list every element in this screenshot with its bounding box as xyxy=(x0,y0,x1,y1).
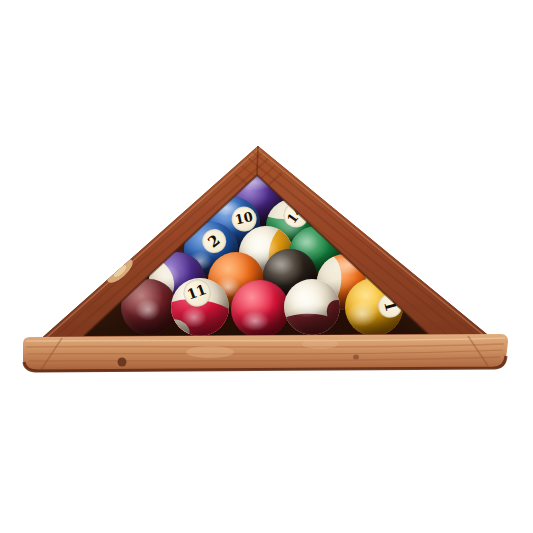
ball-15-maroon-stripe xyxy=(284,279,340,335)
ball-specular-highlight xyxy=(289,287,325,318)
ball-specular-highlight xyxy=(212,200,242,216)
ball-specular-highlight xyxy=(332,255,363,275)
ball-1-yellow-solid: 1 xyxy=(345,278,403,336)
ball-specular-highlight xyxy=(346,301,378,327)
billiards-rack-photo: 10142111 xyxy=(0,0,533,533)
ball-7-maroon-solid xyxy=(121,279,177,335)
ball-11-red-stripe: 11 xyxy=(171,278,229,336)
ball-3-red-solid xyxy=(231,280,289,338)
rack-of-balls: 10142111 xyxy=(0,0,533,533)
